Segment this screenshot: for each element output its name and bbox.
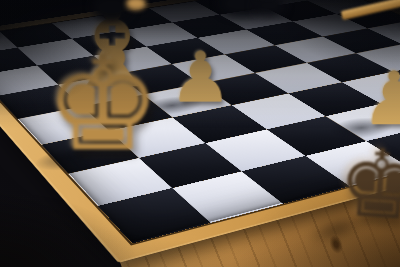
shadowed-wooden-king-on-table: ♚: [335, 137, 400, 232]
wooden-pawn-piece: ♟: [170, 46, 233, 110]
square-a3: ♚: [41, 131, 138, 174]
wooden-pawn-piece: ♟: [361, 65, 400, 133]
square-d3: [232, 93, 325, 129]
chess-photo-scene: ♝♟♚♟ ♚: [0, 0, 400, 267]
wooden-king-piece: ♚: [44, 44, 161, 164]
